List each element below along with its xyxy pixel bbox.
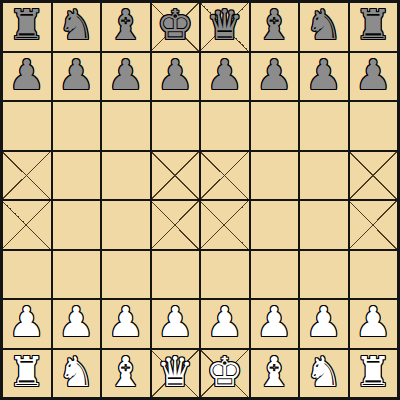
square-a3[interactable] bbox=[3, 251, 51, 299]
square-a6[interactable] bbox=[3, 102, 51, 150]
black-bishop-piece[interactable]: ♝ bbox=[107, 5, 144, 46]
square-f8[interactable]: ♝ bbox=[251, 3, 299, 51]
square-f2[interactable]: ♟ bbox=[251, 300, 299, 348]
square-g8[interactable]: ♞ bbox=[300, 3, 348, 51]
square-h2[interactable]: ♟ bbox=[350, 300, 398, 348]
white-bishop-piece[interactable]: ♝ bbox=[107, 352, 144, 393]
white-pawn-piece[interactable]: ♟ bbox=[355, 302, 392, 343]
square-c3[interactable] bbox=[102, 251, 150, 299]
black-pawn-piece[interactable]: ♟ bbox=[58, 55, 95, 96]
square-e6[interactable] bbox=[201, 102, 249, 150]
square-a4[interactable] bbox=[3, 201, 51, 249]
square-b5[interactable] bbox=[53, 152, 101, 200]
square-d7[interactable]: ♟ bbox=[152, 53, 200, 101]
black-king-piece[interactable]: ♚ bbox=[157, 5, 194, 46]
black-rook-piece[interactable]: ♜ bbox=[355, 5, 392, 46]
black-pawn-piece[interactable]: ♟ bbox=[355, 55, 392, 96]
square-e2[interactable]: ♟ bbox=[201, 300, 249, 348]
square-f3[interactable] bbox=[251, 251, 299, 299]
square-h1[interactable]: ♜ bbox=[350, 350, 398, 398]
square-g7[interactable]: ♟ bbox=[300, 53, 348, 101]
square-f6[interactable] bbox=[251, 102, 299, 150]
white-knight-piece[interactable]: ♞ bbox=[305, 352, 342, 393]
black-pawn-piece[interactable]: ♟ bbox=[206, 55, 243, 96]
square-f4[interactable] bbox=[251, 201, 299, 249]
black-queen-piece[interactable]: ♛ bbox=[206, 5, 243, 46]
square-g3[interactable] bbox=[300, 251, 348, 299]
square-b2[interactable]: ♟ bbox=[53, 300, 101, 348]
square-c6[interactable] bbox=[102, 102, 150, 150]
square-b1[interactable]: ♞ bbox=[53, 350, 101, 398]
square-e4[interactable] bbox=[201, 201, 249, 249]
square-e3[interactable] bbox=[201, 251, 249, 299]
square-d4[interactable] bbox=[152, 201, 200, 249]
square-b8[interactable]: ♞ bbox=[53, 3, 101, 51]
square-h5[interactable] bbox=[350, 152, 398, 200]
black-bishop-piece[interactable]: ♝ bbox=[256, 5, 293, 46]
square-g1[interactable]: ♞ bbox=[300, 350, 348, 398]
square-b6[interactable] bbox=[53, 102, 101, 150]
white-pawn-piece[interactable]: ♟ bbox=[206, 302, 243, 343]
black-pawn-piece[interactable]: ♟ bbox=[305, 55, 342, 96]
square-h8[interactable]: ♜ bbox=[350, 3, 398, 51]
square-g6[interactable] bbox=[300, 102, 348, 150]
square-g4[interactable] bbox=[300, 201, 348, 249]
square-b7[interactable]: ♟ bbox=[53, 53, 101, 101]
square-a1[interactable]: ♜ bbox=[3, 350, 51, 398]
black-pawn-piece[interactable]: ♟ bbox=[107, 55, 144, 96]
square-b4[interactable] bbox=[53, 201, 101, 249]
square-c7[interactable]: ♟ bbox=[102, 53, 150, 101]
square-a8[interactable]: ♜ bbox=[3, 3, 51, 51]
white-king-piece[interactable]: ♚ bbox=[206, 352, 243, 393]
chess-board: ♜♞♝♚♛♝♞♜♟♟♟♟♟♟♟♟♟♟♟♟♟♟♟♟♜♞♝♛♚♝♞♜ bbox=[0, 0, 400, 400]
white-pawn-piece[interactable]: ♟ bbox=[58, 302, 95, 343]
square-d2[interactable]: ♟ bbox=[152, 300, 200, 348]
square-f7[interactable]: ♟ bbox=[251, 53, 299, 101]
square-c2[interactable]: ♟ bbox=[102, 300, 150, 348]
square-e7[interactable]: ♟ bbox=[201, 53, 249, 101]
square-h4[interactable] bbox=[350, 201, 398, 249]
game-window: ♜♞♝♚♛♝♞♜♟♟♟♟♟♟♟♟♟♟♟♟♟♟♟♟♜♞♝♛♚♝♞♜ bbox=[0, 0, 400, 400]
white-pawn-piece[interactable]: ♟ bbox=[8, 302, 45, 343]
square-d1[interactable]: ♛ bbox=[152, 350, 200, 398]
square-c5[interactable] bbox=[102, 152, 150, 200]
square-d5[interactable] bbox=[152, 152, 200, 200]
square-g5[interactable] bbox=[300, 152, 348, 200]
white-queen-piece[interactable]: ♛ bbox=[157, 352, 194, 393]
black-pawn-piece[interactable]: ♟ bbox=[256, 55, 293, 96]
white-knight-piece[interactable]: ♞ bbox=[58, 352, 95, 393]
square-a2[interactable]: ♟ bbox=[3, 300, 51, 348]
white-pawn-piece[interactable]: ♟ bbox=[107, 302, 144, 343]
black-knight-piece[interactable]: ♞ bbox=[58, 5, 95, 46]
square-d8[interactable]: ♚ bbox=[152, 3, 200, 51]
black-pawn-piece[interactable]: ♟ bbox=[157, 55, 194, 96]
square-c4[interactable] bbox=[102, 201, 150, 249]
square-a5[interactable] bbox=[3, 152, 51, 200]
square-d6[interactable] bbox=[152, 102, 200, 150]
black-knight-piece[interactable]: ♞ bbox=[305, 5, 342, 46]
square-f5[interactable] bbox=[251, 152, 299, 200]
white-rook-piece[interactable]: ♜ bbox=[8, 352, 45, 393]
black-pawn-piece[interactable]: ♟ bbox=[8, 55, 45, 96]
white-rook-piece[interactable]: ♜ bbox=[355, 352, 392, 393]
square-a7[interactable]: ♟ bbox=[3, 53, 51, 101]
square-e8[interactable]: ♛ bbox=[201, 3, 249, 51]
square-c1[interactable]: ♝ bbox=[102, 350, 150, 398]
white-bishop-piece[interactable]: ♝ bbox=[256, 352, 293, 393]
square-c8[interactable]: ♝ bbox=[102, 3, 150, 51]
black-rook-piece[interactable]: ♜ bbox=[8, 5, 45, 46]
square-d3[interactable] bbox=[152, 251, 200, 299]
square-b3[interactable] bbox=[53, 251, 101, 299]
square-h7[interactable]: ♟ bbox=[350, 53, 398, 101]
white-pawn-piece[interactable]: ♟ bbox=[157, 302, 194, 343]
square-h6[interactable] bbox=[350, 102, 398, 150]
square-h3[interactable] bbox=[350, 251, 398, 299]
white-pawn-piece[interactable]: ♟ bbox=[256, 302, 293, 343]
square-f1[interactable]: ♝ bbox=[251, 350, 299, 398]
square-e1[interactable]: ♚ bbox=[201, 350, 249, 398]
white-pawn-piece[interactable]: ♟ bbox=[305, 302, 342, 343]
square-g2[interactable]: ♟ bbox=[300, 300, 348, 348]
square-e5[interactable] bbox=[201, 152, 249, 200]
